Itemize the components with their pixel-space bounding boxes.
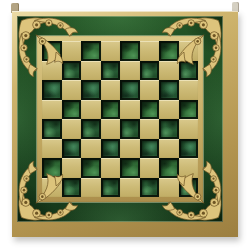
square-g1[interactable] <box>159 178 179 198</box>
square-g8[interactable] <box>159 41 179 61</box>
square-b4[interactable] <box>62 119 82 139</box>
square-f8[interactable] <box>140 41 160 61</box>
square-g5[interactable] <box>159 100 179 120</box>
square-f7[interactable] <box>140 61 160 81</box>
square-d1[interactable] <box>101 178 121 198</box>
chess-board <box>12 11 238 237</box>
photo-background <box>0 0 250 250</box>
square-e6[interactable] <box>120 80 140 100</box>
square-h8[interactable] <box>179 41 199 61</box>
square-g3[interactable] <box>159 139 179 159</box>
square-b8[interactable] <box>62 41 82 61</box>
square-h2[interactable] <box>179 158 199 178</box>
square-f3[interactable] <box>140 139 160 159</box>
square-c2[interactable] <box>81 158 101 178</box>
board-grid <box>42 41 198 197</box>
square-c3[interactable] <box>81 139 101 159</box>
square-b6[interactable] <box>62 80 82 100</box>
square-g2[interactable] <box>159 158 179 178</box>
square-g4[interactable] <box>159 119 179 139</box>
square-g6[interactable] <box>159 80 179 100</box>
inner-frame <box>37 36 203 202</box>
square-a7[interactable] <box>42 61 62 81</box>
square-e1[interactable] <box>120 178 140 198</box>
square-e3[interactable] <box>120 139 140 159</box>
square-c6[interactable] <box>81 80 101 100</box>
square-a4[interactable] <box>42 119 62 139</box>
square-a5[interactable] <box>42 100 62 120</box>
square-d8[interactable] <box>101 41 121 61</box>
square-e2[interactable] <box>120 158 140 178</box>
square-a8[interactable] <box>42 41 62 61</box>
square-d2[interactable] <box>101 158 121 178</box>
square-a6[interactable] <box>42 80 62 100</box>
square-c1[interactable] <box>81 178 101 198</box>
border-band <box>17 16 223 222</box>
square-h7[interactable] <box>179 61 199 81</box>
square-f5[interactable] <box>140 100 160 120</box>
square-b7[interactable] <box>62 61 82 81</box>
square-c7[interactable] <box>81 61 101 81</box>
square-e5[interactable] <box>120 100 140 120</box>
square-b2[interactable] <box>62 158 82 178</box>
square-c8[interactable] <box>81 41 101 61</box>
square-b1[interactable] <box>62 178 82 198</box>
square-b3[interactable] <box>62 139 82 159</box>
square-g7[interactable] <box>159 61 179 81</box>
square-c4[interactable] <box>81 119 101 139</box>
square-e8[interactable] <box>120 41 140 61</box>
square-a3[interactable] <box>42 139 62 159</box>
square-d4[interactable] <box>101 119 121 139</box>
square-d5[interactable] <box>101 100 121 120</box>
square-f4[interactable] <box>140 119 160 139</box>
square-a1[interactable] <box>42 178 62 198</box>
square-h6[interactable] <box>179 80 199 100</box>
square-d6[interactable] <box>101 80 121 100</box>
square-h1[interactable] <box>179 178 199 198</box>
square-f6[interactable] <box>140 80 160 100</box>
square-c5[interactable] <box>81 100 101 120</box>
square-f1[interactable] <box>140 178 160 198</box>
square-a2[interactable] <box>42 158 62 178</box>
square-h4[interactable] <box>179 119 199 139</box>
square-d7[interactable] <box>101 61 121 81</box>
square-b5[interactable] <box>62 100 82 120</box>
square-h3[interactable] <box>179 139 199 159</box>
square-d3[interactable] <box>101 139 121 159</box>
square-h5[interactable] <box>179 100 199 120</box>
square-e7[interactable] <box>120 61 140 81</box>
square-e4[interactable] <box>120 119 140 139</box>
square-f2[interactable] <box>140 158 160 178</box>
